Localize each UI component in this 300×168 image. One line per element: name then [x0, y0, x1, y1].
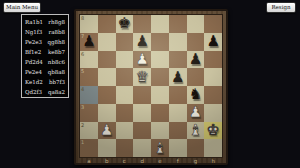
square-h6[interactable]	[204, 51, 222, 69]
rank-label: 5	[81, 68, 84, 74]
square-a3[interactable]: 3	[80, 104, 98, 122]
square-g7[interactable]	[187, 33, 205, 51]
square-b7[interactable]	[98, 33, 116, 51]
move-row: Pe2e3qg8h8	[25, 37, 65, 47]
black-move: qb8a8	[48, 67, 65, 77]
square-c6[interactable]	[116, 51, 134, 69]
square-c3[interactable]	[116, 104, 134, 122]
square-f5[interactable]: ♟	[169, 68, 187, 86]
square-d4[interactable]	[133, 86, 151, 104]
square-g1[interactable]	[187, 139, 205, 157]
black-king: ♚	[118, 16, 131, 31]
white-pawn: ♟	[189, 105, 202, 120]
white-bishop: ♝	[189, 122, 202, 137]
square-d2[interactable]	[133, 122, 151, 140]
black-move: ke8b7	[48, 47, 65, 57]
white-move: Bf1e2	[25, 47, 41, 57]
square-c2[interactable]	[116, 122, 134, 140]
square-b1[interactable]	[98, 139, 116, 157]
square-e5[interactable]	[151, 68, 169, 86]
move-row: Bf1e2ke8b7	[25, 47, 65, 57]
move-row: Qd2f3qa8a2	[25, 87, 65, 97]
square-f2[interactable]	[169, 122, 187, 140]
file-label: d	[133, 157, 151, 165]
file-label: h	[204, 157, 222, 165]
square-a2[interactable]: 2	[80, 122, 98, 140]
square-b6[interactable]	[98, 51, 116, 69]
black-pawn: ♟	[171, 69, 184, 84]
square-c7[interactable]	[116, 33, 134, 51]
square-g3[interactable]: ♟	[187, 104, 205, 122]
white-king: ♚	[206, 122, 219, 137]
white-queen: ♛	[135, 69, 148, 84]
square-a8[interactable]: 8	[80, 15, 98, 33]
square-e8[interactable]	[151, 15, 169, 33]
black-move: rh8g8	[48, 17, 65, 27]
white-pawn: ♟	[100, 122, 113, 137]
white-move: Pd2d4	[25, 57, 43, 67]
square-h7[interactable]: ♟	[204, 33, 222, 51]
chess-board: 8♚7♟♟♟6♟♟5♛♟4♞3♟2♟♝♚1♝ abcdefgh	[74, 9, 228, 165]
board-squares: 8♚7♟♟♟6♟♟5♛♟4♞3♟2♟♝♚1♝	[80, 15, 222, 157]
square-c5[interactable]	[116, 68, 134, 86]
square-a1[interactable]: 1	[80, 139, 98, 157]
square-e6[interactable]	[151, 51, 169, 69]
white-pawn: ♟	[135, 51, 148, 66]
black-move: ra8b8	[49, 27, 65, 37]
square-c1[interactable]	[116, 139, 134, 157]
square-e3[interactable]	[151, 104, 169, 122]
square-h8[interactable]	[204, 15, 222, 33]
square-f1[interactable]	[169, 139, 187, 157]
file-label: c	[116, 157, 134, 165]
file-label: e	[151, 157, 169, 165]
app-window: { "app": { "main_menu_button": "Main Men…	[0, 0, 300, 168]
black-pawn: ♟	[82, 34, 95, 49]
white-move: Ke1d2	[25, 77, 43, 87]
square-d6[interactable]: ♟	[133, 51, 151, 69]
black-pawn: ♟	[189, 51, 202, 66]
square-b4[interactable]	[98, 86, 116, 104]
move-list-panel: Ra1b1rh8g8Ng1f3ra8b8Pe2e3qg8h8Bf1e2ke8b7…	[21, 14, 69, 98]
file-label: a	[80, 157, 98, 165]
square-h2[interactable]: ♚	[204, 122, 222, 140]
square-d3[interactable]	[133, 104, 151, 122]
white-move: Pe2e3	[25, 37, 42, 47]
square-f3[interactable]	[169, 104, 187, 122]
square-h3[interactable]	[204, 104, 222, 122]
black-knight: ♞	[189, 87, 202, 102]
resign-button[interactable]: Resign	[266, 2, 296, 13]
square-d7[interactable]: ♟	[133, 33, 151, 51]
square-e1[interactable]: ♝	[151, 139, 169, 157]
rank-label: 6	[81, 51, 84, 57]
square-e7[interactable]	[151, 33, 169, 51]
square-f8[interactable]	[169, 15, 187, 33]
square-c8[interactable]: ♚	[116, 15, 134, 33]
square-b8[interactable]	[98, 15, 116, 33]
black-move: qg8h8	[47, 37, 65, 47]
black-move: nb8c6	[48, 57, 65, 67]
square-a4[interactable]: 4	[80, 86, 98, 104]
black-pawn: ♟	[206, 34, 219, 49]
square-b3[interactable]	[98, 104, 116, 122]
square-g6[interactable]: ♟	[187, 51, 205, 69]
file-label: f	[169, 157, 187, 165]
white-move: Ng1f3	[25, 27, 42, 37]
square-d8[interactable]	[133, 15, 151, 33]
move-row: Pe2e4qb8a8	[25, 67, 65, 77]
square-a5[interactable]: 5	[80, 68, 98, 86]
square-d5[interactable]: ♛	[133, 68, 151, 86]
move-row: Ra1b1rh8g8	[25, 17, 65, 27]
square-e2[interactable]	[151, 122, 169, 140]
black-move: bb7f3	[49, 77, 65, 87]
square-f7[interactable]	[169, 33, 187, 51]
square-h1[interactable]	[204, 139, 222, 157]
square-h4[interactable]	[204, 86, 222, 104]
white-move: Pe2e4	[25, 67, 42, 77]
white-move: Ra1b1	[25, 17, 43, 27]
move-row: Pd2d4nb8c6	[25, 57, 65, 67]
black-move: qa8a2	[48, 87, 65, 97]
file-labels: abcdefgh	[80, 157, 222, 165]
square-d1[interactable]	[133, 139, 151, 157]
square-a6[interactable]: 6	[80, 51, 98, 69]
square-b2[interactable]: ♟	[98, 122, 116, 140]
file-label: b	[98, 157, 116, 165]
square-c4[interactable]	[116, 86, 134, 104]
square-a7[interactable]: 7♟	[80, 33, 98, 51]
rank-label: 4	[81, 86, 84, 92]
move-row: Ng1f3ra8b8	[25, 27, 65, 37]
rank-label: 3	[81, 104, 84, 110]
main-menu-button[interactable]: Main Menu	[3, 2, 41, 13]
square-g2[interactable]: ♝	[187, 122, 205, 140]
rank-label: 1	[81, 139, 84, 145]
square-b5[interactable]	[98, 68, 116, 86]
square-f4[interactable]	[169, 86, 187, 104]
rank-label: 2	[81, 122, 84, 128]
white-move: Qd2f3	[25, 87, 42, 97]
square-e4[interactable]	[151, 86, 169, 104]
black-pawn: ♟	[135, 34, 148, 49]
move-row: Ke1d2bb7f3	[25, 77, 65, 87]
square-h5[interactable]	[204, 68, 222, 86]
square-g5[interactable]	[187, 68, 205, 86]
rank-label: 7	[81, 33, 84, 39]
square-g4[interactable]: ♞	[187, 86, 205, 104]
rank-label: 8	[81, 15, 84, 21]
white-bishop: ♝	[153, 140, 166, 155]
square-g8[interactable]	[187, 15, 205, 33]
square-f6[interactable]	[169, 51, 187, 69]
file-label: g	[187, 157, 205, 165]
